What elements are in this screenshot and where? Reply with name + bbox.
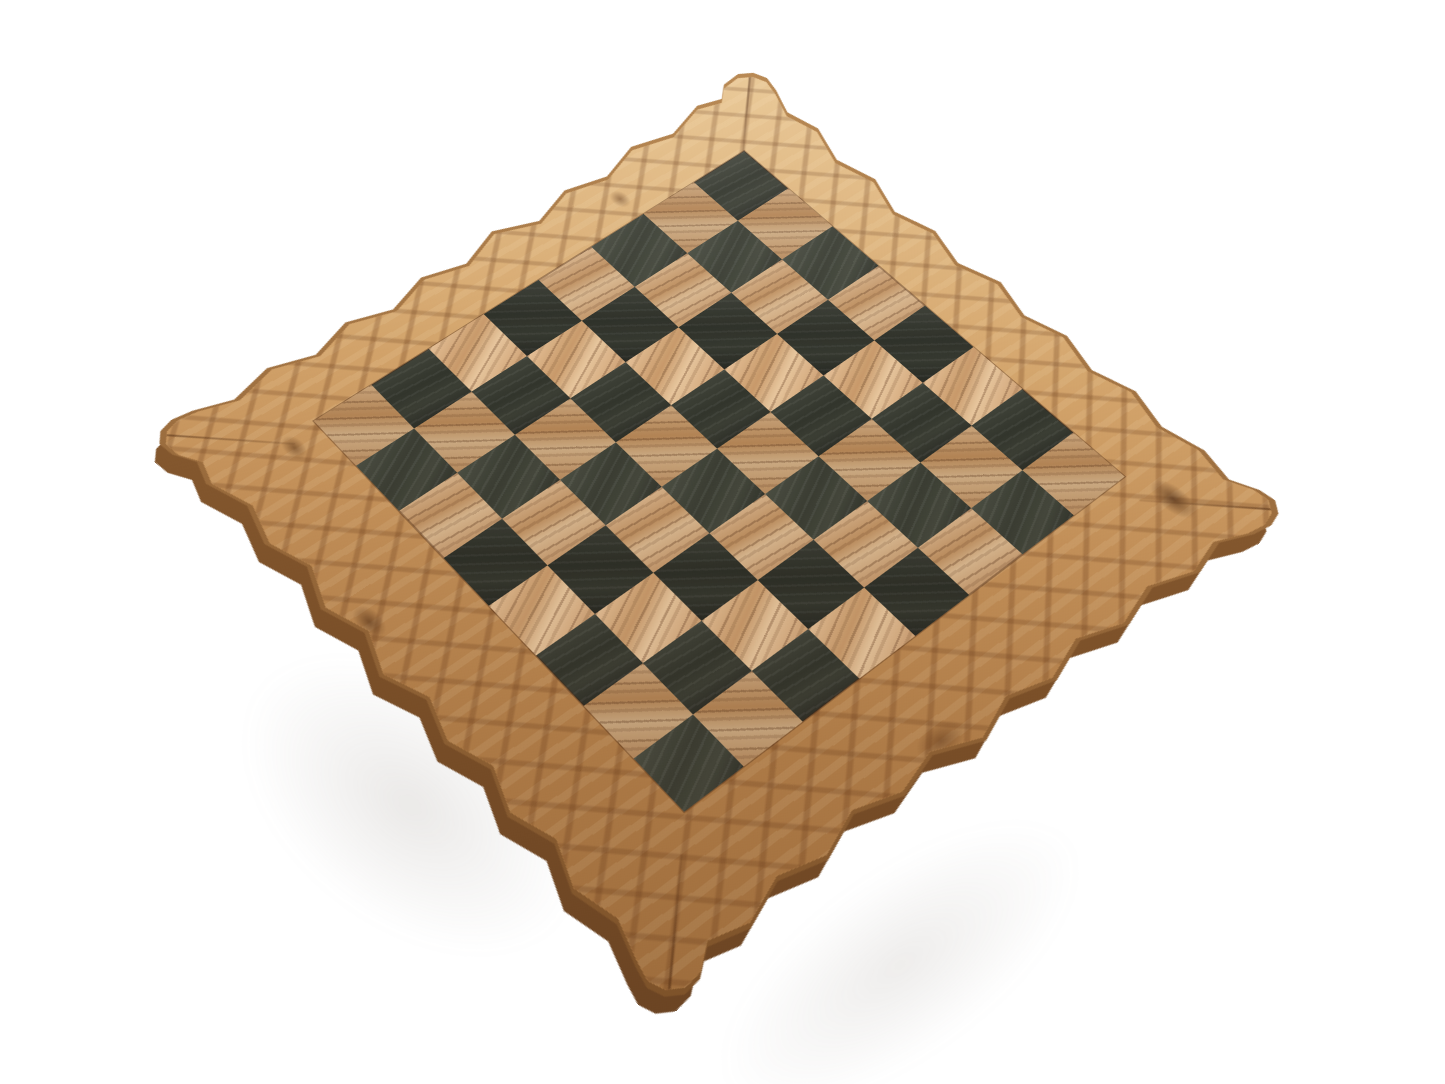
product-photo <box>0 0 1445 1084</box>
frame-miter-joint <box>162 434 295 445</box>
frame-miter-joint <box>668 854 683 995</box>
chess-board <box>156 70 1281 1002</box>
frame-miter-joint <box>1139 499 1275 510</box>
frame-miter-joint <box>741 74 751 161</box>
board-frame <box>156 70 1281 1002</box>
